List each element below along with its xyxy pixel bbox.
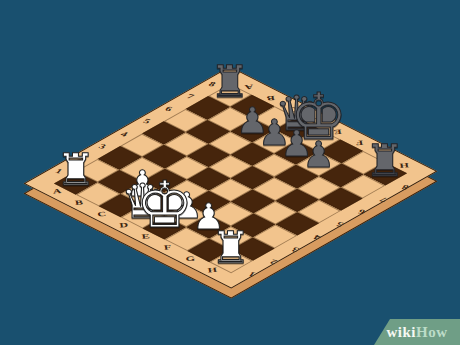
piece-black-rook-h8: ♜ — [365, 139, 404, 183]
chess-illustration: AA88BB77CC66DD55EE44FF33GG22HH11 ♜♛♚♜♟♟♟… — [0, 0, 460, 345]
piece-white-rook-h1: ♜ — [211, 226, 250, 270]
piece-black-rook-a8: ♜ — [210, 60, 249, 104]
file-label-bottom: C — [85, 209, 118, 223]
piece-white-king-e1: ♚ — [136, 173, 193, 237]
file-label-bottom: F — [152, 243, 185, 257]
file-label-bottom: B — [63, 198, 96, 212]
wikihow-badge: wikiHow — [374, 319, 460, 345]
piece-white-rook-a1: ♜ — [56, 148, 95, 192]
wikihow-badge-wiki: wiki — [386, 324, 416, 341]
wikihow-badge-how: How — [416, 324, 448, 341]
file-label-bottom: G — [174, 254, 207, 268]
piece-black-pawn-f7: ♟ — [303, 137, 335, 173]
